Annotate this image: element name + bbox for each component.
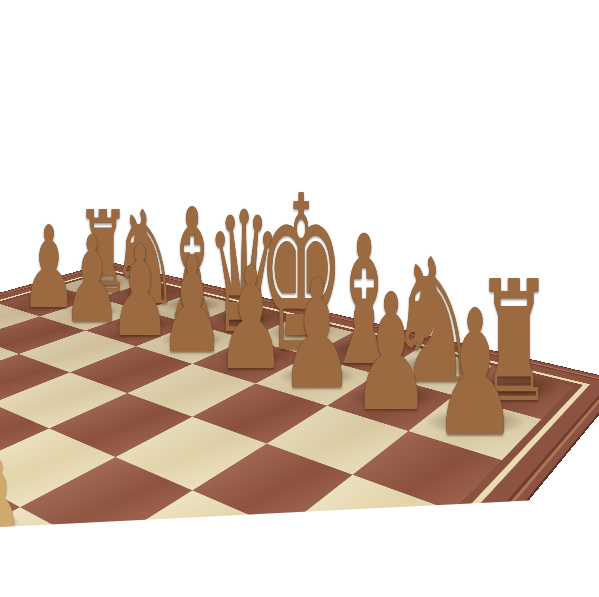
chess-piece-dark-pawn[interactable]: ♟: [432, 288, 518, 462]
chess-piece-dark-pawn[interactable]: ♟: [351, 273, 431, 435]
pieces-layer: ♜♞♟♝♟♛♟♚♟♝♟♞♟♜♟♟♟: [0, 0, 599, 597]
chess-piece-dark-pawn[interactable]: ♟: [216, 248, 286, 390]
chess-piece-light-pawn[interactable]: ♟: [0, 449, 22, 546]
chess-set-photo-scene: ♜♞♟♝♟♛♟♚♟♝♟♞♟♜♟♟♟: [0, 0, 599, 597]
chess-piece-dark-pawn[interactable]: ♟: [279, 260, 353, 411]
